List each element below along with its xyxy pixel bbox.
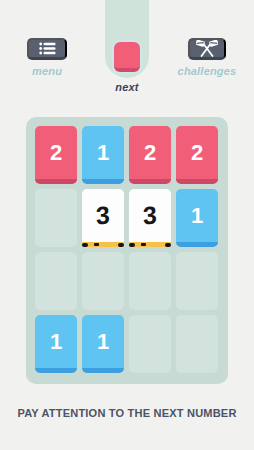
card-value: 2 (50, 142, 62, 164)
card-value: 3 (96, 202, 111, 228)
card-feet (94, 243, 99, 246)
crossed-flags-icon (196, 40, 218, 57)
cell-r2c2[interactable]: 3 (82, 189, 124, 247)
card-value: 1 (97, 142, 109, 164)
cell-r3c1 (35, 252, 77, 310)
next-card-slot (105, 0, 149, 78)
menu-button[interactable] (27, 38, 67, 60)
hint-message: PAY ATTENTION TO THE NEXT NUMBER (5, 407, 249, 419)
cell-r4c2[interactable]: 1 (82, 315, 124, 373)
cell-r3c2 (82, 252, 124, 310)
card-value: 2 (191, 142, 203, 164)
game-board[interactable]: 2 1 2 2 3 3 1 1 1 (26, 117, 228, 384)
cell-r4c3 (129, 315, 171, 373)
threes-game-screen: next menu (0, 0, 254, 450)
menu-button-label: menu (7, 65, 87, 77)
cell-r1c4[interactable]: 2 (176, 126, 218, 184)
cell-r2c4[interactable]: 1 (176, 189, 218, 247)
next-label: next (0, 81, 254, 93)
challenges-button[interactable] (188, 38, 226, 60)
cell-r2c3[interactable]: 3 (129, 189, 171, 247)
cell-r1c2[interactable]: 1 (82, 126, 124, 184)
card-value: 1 (191, 205, 203, 227)
cell-r4c4 (176, 315, 218, 373)
cell-r4c1[interactable]: 1 (35, 315, 77, 373)
challenges-button-label: challenges (167, 65, 247, 77)
card-feet (141, 243, 146, 246)
list-icon (39, 42, 56, 55)
cell-r2c1 (35, 189, 77, 247)
cell-r3c4 (176, 252, 218, 310)
card-value: 3 (143, 202, 158, 228)
cell-r1c3[interactable]: 2 (129, 126, 171, 184)
card-value: 1 (50, 331, 62, 353)
cell-r3c3 (129, 252, 171, 310)
card-value: 1 (97, 331, 109, 353)
next-card (114, 42, 140, 72)
card-value: 2 (144, 142, 156, 164)
cell-r1c1[interactable]: 2 (35, 126, 77, 184)
